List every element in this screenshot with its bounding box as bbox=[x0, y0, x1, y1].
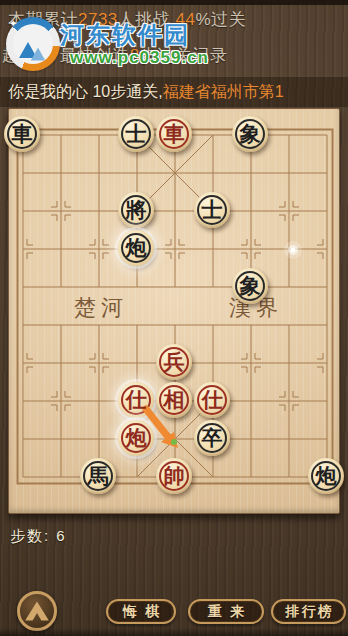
undo-button[interactable]: 悔棋 bbox=[106, 599, 176, 624]
xiangqi-app: 本期累计2733人挑战 44%过关 赵根平 最快创造8步过关记录 你是我的心 1… bbox=[0, 0, 348, 636]
piece-black-elephant[interactable]: 象 bbox=[232, 268, 268, 304]
watermark-site-name: 河东软件园 bbox=[60, 19, 190, 51]
piece-character: 馬 bbox=[88, 466, 109, 487]
piece-red-chariot[interactable]: 車 bbox=[156, 116, 192, 152]
piece-character: 炮 bbox=[126, 238, 147, 259]
piece-character: 士 bbox=[126, 124, 147, 145]
collapse-panel-button[interactable] bbox=[17, 591, 57, 631]
leaderboard-button[interactable]: 排行榜 bbox=[271, 599, 346, 624]
stats-suffix: %过关 bbox=[195, 10, 246, 29]
bottom-shadow bbox=[0, 628, 348, 636]
piece-character: 車 bbox=[12, 124, 33, 145]
piece-black-soldier[interactable]: 卒 bbox=[194, 420, 230, 456]
piece-character: 將 bbox=[126, 200, 147, 221]
watermark-logo-glyph bbox=[13, 24, 53, 64]
top-edge-bar bbox=[0, 0, 348, 5]
chevron-up-icon bbox=[22, 598, 52, 624]
logo-star-icon: ✦ bbox=[9, 18, 17, 29]
piece-black-advisor[interactable]: 士 bbox=[118, 116, 154, 152]
piece-red-cannon[interactable]: 炮 bbox=[118, 420, 154, 456]
piece-character: 士 bbox=[202, 200, 223, 221]
piece-black-horse[interactable]: 馬 bbox=[80, 458, 116, 494]
piece-red-advisor[interactable]: 仕 bbox=[118, 382, 154, 418]
piece-character: 卒 bbox=[202, 428, 223, 449]
piece-black-elephant[interactable]: 象 bbox=[232, 116, 268, 152]
piece-black-chariot[interactable]: 車 bbox=[4, 116, 40, 152]
piece-character: 兵 bbox=[164, 352, 185, 373]
step-counter-label: 步数: bbox=[10, 527, 50, 544]
piece-character: 車 bbox=[164, 124, 185, 145]
watermark-site-url: www.pc0359.cn bbox=[70, 48, 209, 68]
piece-character: 相 bbox=[164, 390, 185, 411]
piece-red-general[interactable]: 帥 bbox=[156, 458, 192, 494]
piece-black-advisor[interactable]: 士 bbox=[194, 192, 230, 228]
step-counter-value: 6 bbox=[56, 527, 66, 544]
piece-red-elephant[interactable]: 相 bbox=[156, 382, 192, 418]
piece-black-general[interactable]: 將 bbox=[118, 192, 154, 228]
piece-red-soldier[interactable]: 兵 bbox=[156, 344, 192, 380]
piece-black-cannon[interactable]: 炮 bbox=[308, 458, 344, 494]
piece-character: 象 bbox=[240, 124, 261, 145]
top-player-rank: 福建省福州市第1 bbox=[163, 82, 284, 103]
piece-character: 仕 bbox=[126, 390, 147, 411]
piece-character: 仕 bbox=[202, 390, 223, 411]
restart-button[interactable]: 重来 bbox=[188, 599, 264, 624]
piece-character: 象 bbox=[240, 276, 261, 297]
logo-peak-light-icon bbox=[31, 48, 45, 61]
piece-black-cannon[interactable]: 炮 bbox=[118, 230, 154, 266]
top-player-banner: 你是我的心 10步通关, 福建省福州市第1 bbox=[0, 77, 348, 107]
piece-red-advisor[interactable]: 仕 bbox=[194, 382, 230, 418]
piece-character: 炮 bbox=[316, 466, 337, 487]
top-player-text: 你是我的心 10步通关, bbox=[8, 82, 163, 103]
piece-character: 帥 bbox=[164, 466, 185, 487]
piece-character: 炮 bbox=[126, 428, 147, 449]
watermark-logo-icon: ✦ bbox=[6, 17, 60, 71]
pieces-grid: 車士車象將士炮象兵仕相仕炮卒馬帥炮 bbox=[3, 115, 345, 495]
step-counter: 步数: 6 bbox=[10, 527, 67, 546]
